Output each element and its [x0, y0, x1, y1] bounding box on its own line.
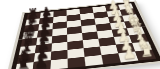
board-perspective-wrap: ♜♟♟♜♞♟♟♞♝♟♟♝♚♟♟♚♛♟♟♛♝♟♟♝♞♟♟♞♜♟♟♜	[9, 2, 160, 69]
square-a5	[68, 57, 86, 68]
piece-bR-h8: ♜	[26, 6, 38, 20]
square-b1: ♞	[132, 41, 152, 51]
square-f7: ♟	[38, 23, 53, 31]
square-a4	[85, 55, 104, 66]
chess-board: ♜♟♟♜♞♟♟♞♝♟♟♝♚♟♟♚♛♟♟♛♝♟♟♝♞♟♟♞♜♟♟♜	[9, 2, 160, 69]
square-a1: ♜	[135, 50, 156, 61]
square-e6	[52, 28, 67, 36]
square-a6	[50, 59, 68, 69]
piece-bP-h7: ♟	[40, 4, 52, 18]
square-a8: ♜	[15, 62, 34, 69]
square-c1: ♝	[129, 34, 148, 43]
square-d6	[52, 35, 68, 44]
piece-wN-b1: ♞	[135, 35, 150, 51]
piece-wP-h2: ♟	[107, 0, 119, 11]
square-b8: ♞	[17, 53, 35, 64]
square-a7: ♟	[32, 60, 50, 69]
chess-set-photo: ♜♟♟♜♞♟♟♞♝♟♟♝♚♟♟♚♛♟♟♛♝♟♟♝♞♟♟♞♜♟♟♜	[0, 0, 160, 69]
square-b4	[84, 46, 102, 56]
square-d7: ♟	[36, 36, 52, 45]
